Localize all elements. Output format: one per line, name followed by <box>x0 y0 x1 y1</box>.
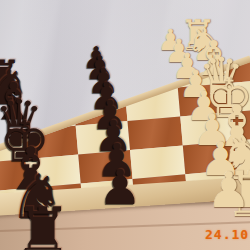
photo-scene: ♜♞♝♛♚♝♞♜♟♟♟♟♟♟♟♟♟♟♟♟♟♟♟♟♜♞♝♛♚♝♞♜ 24.10.2… <box>0 0 250 250</box>
black-back-rank-piece-r: ♜ <box>14 199 72 250</box>
black-pawns-piece-p: ♟ <box>98 163 141 211</box>
white-pawns-piece-P: ♟ <box>207 166 250 215</box>
pieces-layer: ♜♞♝♛♚♝♞♜♟♟♟♟♟♟♟♟♟♟♟♟♟♟♟♟♜♞♝♛♚♝♞♜ <box>0 0 250 250</box>
camera-timestamp: 24.10.20 <box>205 227 250 242</box>
